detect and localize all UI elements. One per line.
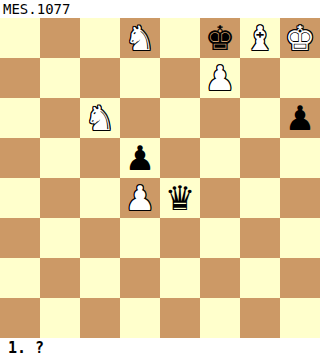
square-h7[interactable]: [280, 58, 320, 98]
square-f6[interactable]: [200, 98, 240, 138]
square-b1[interactable]: [40, 298, 80, 338]
square-g8[interactable]: ♝: [240, 18, 280, 58]
square-b6[interactable]: [40, 98, 80, 138]
square-h4[interactable]: [280, 178, 320, 218]
square-e4[interactable]: ♛: [160, 178, 200, 218]
square-b7[interactable]: [40, 58, 80, 98]
square-h8[interactable]: ♚: [280, 18, 320, 58]
chess-puzzle-screen: MES.1077 ♞♚♝♚♟♞♟♟♟♛ 1. ?: [0, 0, 320, 360]
square-b4[interactable]: [40, 178, 80, 218]
square-e1[interactable]: [160, 298, 200, 338]
square-f8[interactable]: ♚: [200, 18, 240, 58]
square-d3[interactable]: [120, 218, 160, 258]
square-g6[interactable]: [240, 98, 280, 138]
square-a1[interactable]: [0, 298, 40, 338]
piece-black-king: ♚: [205, 18, 235, 58]
square-f1[interactable]: [200, 298, 240, 338]
square-a2[interactable]: [0, 258, 40, 298]
piece-white-knight: ♞: [85, 98, 115, 138]
square-c6[interactable]: ♞: [80, 98, 120, 138]
square-d7[interactable]: [120, 58, 160, 98]
square-e3[interactable]: [160, 218, 200, 258]
square-f2[interactable]: [200, 258, 240, 298]
square-e7[interactable]: [160, 58, 200, 98]
square-g4[interactable]: [240, 178, 280, 218]
square-f7[interactable]: ♟: [200, 58, 240, 98]
square-a5[interactable]: [0, 138, 40, 178]
square-c4[interactable]: [80, 178, 120, 218]
square-a4[interactable]: [0, 178, 40, 218]
square-c8[interactable]: [80, 18, 120, 58]
square-h3[interactable]: [280, 218, 320, 258]
square-b8[interactable]: [40, 18, 80, 58]
square-h1[interactable]: [280, 298, 320, 338]
square-f4[interactable]: [200, 178, 240, 218]
square-d2[interactable]: [120, 258, 160, 298]
piece-white-bishop: ♝: [245, 18, 275, 58]
square-a6[interactable]: [0, 98, 40, 138]
piece-white-king: ♚: [285, 18, 315, 58]
square-f5[interactable]: [200, 138, 240, 178]
square-a3[interactable]: [0, 218, 40, 258]
square-c7[interactable]: [80, 58, 120, 98]
square-e6[interactable]: [160, 98, 200, 138]
square-d5[interactable]: ♟: [120, 138, 160, 178]
square-e5[interactable]: [160, 138, 200, 178]
square-c1[interactable]: [80, 298, 120, 338]
square-b2[interactable]: [40, 258, 80, 298]
square-a8[interactable]: [0, 18, 40, 58]
square-g1[interactable]: [240, 298, 280, 338]
square-h2[interactable]: [280, 258, 320, 298]
puzzle-id-label: MES.1077: [0, 0, 320, 18]
square-g7[interactable]: [240, 58, 280, 98]
square-e2[interactable]: [160, 258, 200, 298]
square-h5[interactable]: [280, 138, 320, 178]
piece-white-pawn: ♟: [205, 58, 235, 98]
square-f3[interactable]: [200, 218, 240, 258]
square-g3[interactable]: [240, 218, 280, 258]
square-c3[interactable]: [80, 218, 120, 258]
square-g2[interactable]: [240, 258, 280, 298]
square-c2[interactable]: [80, 258, 120, 298]
square-h6[interactable]: ♟: [280, 98, 320, 138]
chess-board: ♞♚♝♚♟♞♟♟♟♛: [0, 18, 320, 338]
piece-white-pawn: ♟: [125, 178, 155, 218]
move-prompt: 1. ?: [0, 338, 320, 360]
square-c5[interactable]: [80, 138, 120, 178]
piece-black-pawn: ♟: [125, 138, 155, 178]
square-d8[interactable]: ♞: [120, 18, 160, 58]
square-b5[interactable]: [40, 138, 80, 178]
square-d1[interactable]: [120, 298, 160, 338]
square-g5[interactable]: [240, 138, 280, 178]
piece-black-pawn: ♟: [285, 98, 315, 138]
square-a7[interactable]: [0, 58, 40, 98]
piece-white-knight: ♞: [125, 18, 155, 58]
square-d4[interactable]: ♟: [120, 178, 160, 218]
piece-black-queen: ♛: [165, 178, 195, 218]
square-b3[interactable]: [40, 218, 80, 258]
square-e8[interactable]: [160, 18, 200, 58]
square-d6[interactable]: [120, 98, 160, 138]
